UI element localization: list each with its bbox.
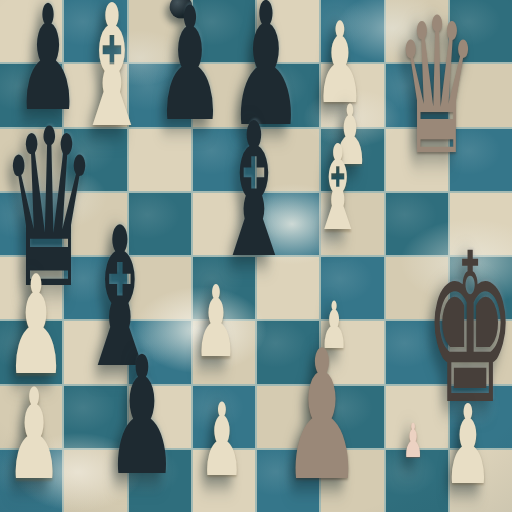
- piece-white-pawn-a1[interactable]: ♟: [0, 383, 84, 495]
- white-pawn-glyph: ♟: [444, 390, 492, 500]
- chess-photo-scene: ♟♝♟♟♟♟♛♝♝♛♟♝♟♟♚♟♟♟♟♟♟: [0, 0, 512, 512]
- piece-layer: ♟♝♟♟♟♟♛♝♝♛♟♝♟♟♚♟♟♟♟♟♟: [0, 0, 512, 512]
- piece-white-pawn-f1[interactable]: ♟: [250, 343, 393, 503]
- piece-white-pawn-h1[interactable]: ♟: [424, 400, 512, 498]
- white-pawn-glyph: ♟: [403, 418, 424, 465]
- black-bishop-glyph: ♝: [213, 100, 294, 285]
- piece-black-bishop-e5[interactable]: ♝: [180, 117, 328, 282]
- white-queen-glyph: ♛: [396, 0, 479, 181]
- white-pawn-glyph: ♟: [283, 327, 362, 506]
- white-pawn-glyph: ♟: [200, 390, 244, 491]
- black-pawn-glyph: ♟: [106, 334, 178, 498]
- white-pawn-glyph: ♟: [6, 372, 61, 497]
